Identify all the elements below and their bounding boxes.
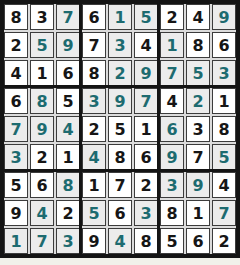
cell-r2c5[interactable]: 3 <box>108 32 132 58</box>
cell-r2c3[interactable]: 9 <box>56 32 80 58</box>
cell-r4c6[interactable]: 7 <box>134 88 158 114</box>
cell-r6c9[interactable]: 5 <box>212 144 236 170</box>
cell-r3c4[interactable]: 8 <box>82 60 106 86</box>
cell-r8c8[interactable]: 1 <box>186 200 210 226</box>
cell-r1c8[interactable]: 4 <box>186 4 210 30</box>
cell-r8c6[interactable]: 3 <box>134 200 158 226</box>
cell-r7c1[interactable]: 5 <box>4 172 28 198</box>
cell-r9c8[interactable]: 6 <box>186 228 210 254</box>
cell-r3c9[interactable]: 3 <box>212 60 236 86</box>
cell-r5c9[interactable]: 8 <box>212 116 236 142</box>
cell-r9c6[interactable]: 8 <box>134 228 158 254</box>
cell-r2c8[interactable]: 8 <box>186 32 210 58</box>
cell-r6c1[interactable]: 3 <box>4 144 28 170</box>
cell-r5c2[interactable]: 9 <box>30 116 54 142</box>
cell-r2c9[interactable]: 6 <box>212 32 236 58</box>
cell-r3c1[interactable]: 4 <box>4 60 28 86</box>
cell-r1c9[interactable]: 9 <box>212 4 236 30</box>
cell-r8c5[interactable]: 6 <box>108 200 132 226</box>
cell-r3c2[interactable]: 1 <box>30 60 54 86</box>
cell-r5c1[interactable]: 7 <box>4 116 28 142</box>
cell-r1c6[interactable]: 5 <box>134 4 158 30</box>
cell-r3c6[interactable]: 9 <box>134 60 158 86</box>
cell-r5c7[interactable]: 6 <box>160 116 184 142</box>
cell-r1c7[interactable]: 2 <box>160 4 184 30</box>
box-divider-horizontal-2 <box>4 169 236 172</box>
cell-r4c3[interactable]: 5 <box>56 88 80 114</box>
cell-r3c8[interactable]: 5 <box>186 60 210 86</box>
cell-r8c1[interactable]: 9 <box>4 200 28 226</box>
cell-r7c9[interactable]: 4 <box>212 172 236 198</box>
cell-r7c8[interactable]: 9 <box>186 172 210 198</box>
cell-r3c3[interactable]: 6 <box>56 60 80 86</box>
cell-r4c4[interactable]: 3 <box>82 88 106 114</box>
cell-r9c5[interactable]: 4 <box>108 228 132 254</box>
cell-r1c5[interactable]: 1 <box>108 4 132 30</box>
cell-r5c5[interactable]: 5 <box>108 116 132 142</box>
cell-r6c5[interactable]: 8 <box>108 144 132 170</box>
cell-r7c7[interactable]: 3 <box>160 172 184 198</box>
cell-r9c9[interactable]: 2 <box>212 228 236 254</box>
cell-r6c4[interactable]: 4 <box>82 144 106 170</box>
cell-r9c2[interactable]: 7 <box>30 228 54 254</box>
cell-r6c2[interactable]: 2 <box>30 144 54 170</box>
cell-r8c4[interactable]: 5 <box>82 200 106 226</box>
cell-r5c6[interactable]: 1 <box>134 116 158 142</box>
cell-r8c2[interactable]: 4 <box>30 200 54 226</box>
cell-r8c3[interactable]: 2 <box>56 200 80 226</box>
cell-r6c7[interactable]: 9 <box>160 144 184 170</box>
sudoku-grid: 8376152492597341864168297536853974217942… <box>4 4 236 254</box>
cell-r8c7[interactable]: 8 <box>160 200 184 226</box>
box-divider-horizontal-1 <box>4 85 236 88</box>
cell-r7c4[interactable]: 1 <box>82 172 106 198</box>
box-divider-vertical-2 <box>157 4 160 254</box>
cell-r9c4[interactable]: 9 <box>82 228 106 254</box>
box-divider-vertical-1 <box>79 4 82 254</box>
cell-r1c2[interactable]: 3 <box>30 4 54 30</box>
cell-r2c7[interactable]: 1 <box>160 32 184 58</box>
sudoku-board: 8376152492597341864168297536853974217942… <box>0 0 240 258</box>
cell-r2c1[interactable]: 2 <box>4 32 28 58</box>
cell-r4c7[interactable]: 4 <box>160 88 184 114</box>
cell-r7c2[interactable]: 6 <box>30 172 54 198</box>
cell-r7c3[interactable]: 8 <box>56 172 80 198</box>
cell-r3c5[interactable]: 2 <box>108 60 132 86</box>
cell-r1c4[interactable]: 6 <box>82 4 106 30</box>
cell-r6c3[interactable]: 1 <box>56 144 80 170</box>
cell-r4c5[interactable]: 9 <box>108 88 132 114</box>
cell-r4c8[interactable]: 2 <box>186 88 210 114</box>
cell-r1c1[interactable]: 8 <box>4 4 28 30</box>
cell-r5c8[interactable]: 3 <box>186 116 210 142</box>
cell-r4c1[interactable]: 6 <box>4 88 28 114</box>
cell-r9c7[interactable]: 5 <box>160 228 184 254</box>
cell-r7c5[interactable]: 7 <box>108 172 132 198</box>
cell-r1c3[interactable]: 7 <box>56 4 80 30</box>
cell-r2c6[interactable]: 4 <box>134 32 158 58</box>
cell-r4c9[interactable]: 1 <box>212 88 236 114</box>
cell-r9c3[interactable]: 3 <box>56 228 80 254</box>
cell-r4c2[interactable]: 8 <box>30 88 54 114</box>
cell-r3c7[interactable]: 7 <box>160 60 184 86</box>
cell-r5c3[interactable]: 4 <box>56 116 80 142</box>
cell-r6c6[interactable]: 6 <box>134 144 158 170</box>
cell-r6c8[interactable]: 7 <box>186 144 210 170</box>
cell-r9c1[interactable]: 1 <box>4 228 28 254</box>
cell-r2c4[interactable]: 7 <box>82 32 106 58</box>
cell-r8c9[interactable]: 7 <box>212 200 236 226</box>
cell-r7c6[interactable]: 2 <box>134 172 158 198</box>
cell-r2c2[interactable]: 5 <box>30 32 54 58</box>
cell-r5c4[interactable]: 2 <box>82 116 106 142</box>
